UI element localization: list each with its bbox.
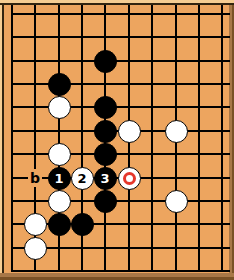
frame-right-shadow-deep: [232, 5, 234, 273]
move-number-1: 1: [54, 171, 63, 184]
grid-vline-10: [221, 5, 223, 272]
white-stone-c3r7: [48, 143, 71, 166]
grid-vline-9: [198, 5, 200, 272]
white-stone-c6r8: [118, 167, 141, 190]
black-stone-c3r8: 1: [48, 167, 71, 190]
black-stone-c5r5: [94, 96, 117, 119]
white-stone-c2r10: [24, 213, 47, 236]
frame-left-dark-line: [2, 5, 4, 273]
circle-mark-icon: [123, 172, 136, 185]
white-stone-c8r6: [165, 120, 188, 143]
black-stone-c5r9: [94, 190, 117, 213]
grid-vline-1: [11, 5, 13, 272]
white-stone-c3r5: [48, 96, 71, 119]
white-stone-c2r11: [24, 237, 47, 260]
grid-hline-7: [11, 153, 230, 155]
black-stone-c3r4: [48, 73, 71, 96]
go-board-diagram: b123: [0, 0, 234, 280]
move-number-3: 3: [100, 171, 109, 184]
black-stone-c5r3: [94, 50, 117, 73]
white-stone-c6r6: [118, 120, 141, 143]
grid-vline-7: [151, 5, 153, 272]
grid-hline-2: [11, 36, 230, 38]
black-stone-c3r10: [48, 213, 71, 236]
grid-hline-3: [11, 60, 230, 62]
grid-hline-9: [11, 200, 230, 202]
black-stone-c4r10: [71, 213, 94, 236]
grid-hline-1: [11, 13, 230, 15]
move-number-2: 2: [77, 171, 86, 184]
black-stone-c5r7: [94, 143, 117, 166]
white-stone-c8r9: [165, 190, 188, 213]
black-stone-c5r8: 3: [94, 167, 117, 190]
grid-hline-12: [11, 270, 230, 272]
grid-hline-5: [11, 106, 230, 108]
white-stone-c3r9: [48, 190, 71, 213]
black-stone-c5r6: [94, 120, 117, 143]
white-stone-c4r8: 2: [71, 167, 94, 190]
point-label-b: b: [28, 169, 42, 187]
grid-hline-4: [11, 83, 230, 85]
